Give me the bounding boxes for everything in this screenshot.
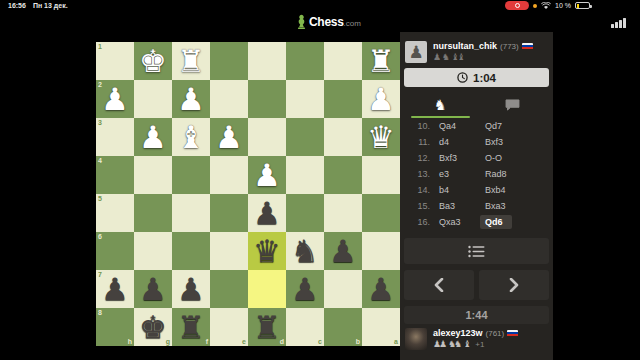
black-pawn-c7: ♟ bbox=[286, 270, 324, 308]
square-d7[interactable] bbox=[248, 270, 286, 308]
square-c8[interactable]: c bbox=[286, 308, 324, 346]
square-e5[interactable] bbox=[210, 194, 248, 232]
list-icon bbox=[468, 245, 485, 258]
knight-tab-icon: ♞ bbox=[434, 98, 447, 112]
move-number: 15. bbox=[404, 201, 430, 211]
white-pawn-d4: ♟ bbox=[248, 156, 286, 194]
square-g3[interactable]: ♟ bbox=[134, 118, 172, 156]
square-e6[interactable] bbox=[210, 232, 248, 270]
square-f1[interactable]: ♜ bbox=[172, 42, 210, 80]
opponent-rating: (773) bbox=[500, 42, 519, 51]
next-move-button[interactable] bbox=[479, 270, 549, 300]
square-a6[interactable] bbox=[362, 232, 400, 270]
white-move[interactable]: b4 bbox=[439, 185, 485, 195]
game-side-panel: ♟ nursultan_chik (773) ♟♞♝♝ 1:04 ♞ bbox=[400, 32, 553, 360]
white-move[interactable]: Qa4 bbox=[439, 121, 485, 131]
square-f4[interactable] bbox=[172, 156, 210, 194]
rank-label-4: 4 bbox=[98, 157, 102, 164]
white-pawn-a2: ♟ bbox=[362, 80, 400, 118]
move-list: 10.Qa4Qd711.d4Bxf312.Bxf3O-O13.e3Rad814.… bbox=[404, 118, 550, 230]
square-h4[interactable]: 4 bbox=[96, 156, 134, 194]
square-e7[interactable] bbox=[210, 270, 248, 308]
opponent-clock-time: 1:04 bbox=[473, 72, 496, 84]
white-move[interactable]: Qxa3 bbox=[439, 217, 485, 227]
move-number: 10. bbox=[404, 121, 430, 131]
move-number: 11. bbox=[404, 137, 430, 147]
square-b1[interactable] bbox=[324, 42, 362, 80]
move-number: 12. bbox=[404, 153, 430, 163]
white-pawn-g3: ♟ bbox=[134, 118, 172, 156]
square-a3[interactable]: ♛ bbox=[362, 118, 400, 156]
square-f7[interactable]: ♟ bbox=[172, 270, 210, 308]
rank-label-2: 2 bbox=[98, 81, 102, 88]
file-label-h: h bbox=[128, 338, 132, 345]
black-knight-c6: ♞ bbox=[286, 232, 324, 270]
white-move[interactable]: d4 bbox=[439, 137, 485, 147]
black-move[interactable]: Qd7 bbox=[485, 121, 502, 131]
player-avatar[interactable] bbox=[405, 328, 427, 350]
white-move[interactable]: e3 bbox=[439, 169, 485, 179]
move-row-14: 14.b4Bxb4 bbox=[404, 182, 550, 198]
file-label-b: b bbox=[356, 338, 360, 345]
opponent-captured-pieces: ♟♞♝♝ bbox=[433, 52, 533, 62]
white-king-g1: ♚ bbox=[134, 42, 172, 80]
square-f3[interactable]: ♝ bbox=[172, 118, 210, 156]
square-h2[interactable]: 2♟ bbox=[96, 80, 134, 118]
opponent-clock: 1:04 bbox=[404, 68, 549, 87]
opponent-avatar[interactable]: ♟ bbox=[405, 41, 427, 63]
captured-piece-group: ♟♟ bbox=[433, 339, 445, 349]
square-f8[interactable]: f♜ bbox=[172, 308, 210, 346]
square-b4[interactable] bbox=[324, 156, 362, 194]
player-rating: (761) bbox=[486, 329, 505, 338]
square-c3[interactable] bbox=[286, 118, 324, 156]
square-e8[interactable]: e bbox=[210, 308, 248, 346]
file-label-d: d bbox=[280, 338, 284, 345]
battery-icon bbox=[575, 2, 590, 9]
square-c7[interactable]: ♟ bbox=[286, 270, 324, 308]
square-e4[interactable] bbox=[210, 156, 248, 194]
move-row-12: 12.Bxf3O-O bbox=[404, 150, 550, 166]
captured-piece-group: ♞ bbox=[442, 52, 448, 62]
chevron-left-icon bbox=[434, 278, 444, 292]
captured-piece-group: ♟ bbox=[433, 52, 439, 62]
logo-text: Chess bbox=[309, 15, 344, 29]
signal-bars-icon bbox=[611, 18, 626, 28]
black-pawn-f7: ♟ bbox=[172, 270, 210, 308]
screen-recording-indicator[interactable] bbox=[505, 1, 529, 10]
app-header: Chess .com bbox=[0, 11, 640, 32]
square-b2[interactable] bbox=[324, 80, 362, 118]
black-pawn-d5: ♟ bbox=[248, 194, 286, 232]
square-h5[interactable]: 5 bbox=[96, 194, 134, 232]
square-h1[interactable]: 1 bbox=[96, 42, 134, 80]
panel-tabs: ♞ bbox=[404, 94, 549, 116]
move-row-16: 16.Qxa3Qd6 bbox=[404, 214, 550, 230]
square-d1[interactable] bbox=[248, 42, 286, 80]
square-c2[interactable] bbox=[286, 80, 324, 118]
file-label-e: e bbox=[242, 338, 246, 345]
chevron-right-icon bbox=[509, 278, 519, 292]
square-f2[interactable]: ♟ bbox=[172, 80, 210, 118]
battery-percent: 10 % bbox=[555, 2, 571, 9]
square-d5[interactable]: ♟ bbox=[248, 194, 286, 232]
captured-piece-group: ♝♝ bbox=[451, 52, 463, 62]
rank-label-7: 7 bbox=[98, 271, 102, 278]
square-c6[interactable]: ♞ bbox=[286, 232, 324, 270]
rank-label-8: 8 bbox=[98, 309, 102, 316]
white-rook-f1: ♜ bbox=[172, 42, 210, 80]
black-rook-f8: ♜ bbox=[172, 308, 210, 346]
file-label-a: a bbox=[394, 338, 398, 345]
square-a5[interactable] bbox=[362, 194, 400, 232]
square-c4[interactable] bbox=[286, 156, 324, 194]
square-e2[interactable] bbox=[210, 80, 248, 118]
black-move[interactable]: Bxa3 bbox=[485, 201, 506, 211]
square-c1[interactable] bbox=[286, 42, 324, 80]
status-bar: 16:56 Пн 13 дек. 10 % bbox=[0, 0, 640, 11]
square-f5[interactable] bbox=[172, 194, 210, 232]
file-label-f: f bbox=[206, 338, 208, 345]
black-move[interactable]: Rad8 bbox=[485, 169, 507, 179]
opponent-flag-russia bbox=[522, 43, 533, 50]
square-h6[interactable]: 6 bbox=[96, 232, 134, 270]
black-move[interactable]: O-O bbox=[485, 153, 502, 163]
previous-move-button[interactable] bbox=[404, 270, 474, 300]
mic-indicator-icon bbox=[533, 4, 537, 8]
rank-label-1: 1 bbox=[98, 43, 102, 50]
tab-moves[interactable]: ♞ bbox=[404, 94, 477, 116]
status-time: 16:56 bbox=[8, 2, 26, 9]
white-move[interactable]: Bxf3 bbox=[439, 153, 485, 163]
move-row-13: 13.e3Rad8 bbox=[404, 166, 550, 182]
square-b3[interactable] bbox=[324, 118, 362, 156]
black-pawn-g7: ♟ bbox=[134, 270, 172, 308]
square-a8[interactable]: a bbox=[362, 308, 400, 346]
square-b5[interactable] bbox=[324, 194, 362, 232]
material-advantage: +1 bbox=[475, 340, 484, 349]
captured-piece-group: ♝ bbox=[463, 339, 469, 349]
move-row-15: 15.Ba3Bxa3 bbox=[404, 198, 550, 214]
square-g4[interactable] bbox=[134, 156, 172, 194]
square-g1[interactable]: ♚ bbox=[134, 42, 172, 80]
move-number: 13. bbox=[404, 169, 430, 179]
white-move[interactable]: Ba3 bbox=[439, 201, 485, 211]
move-number: 16. bbox=[404, 217, 430, 227]
square-c5[interactable] bbox=[286, 194, 324, 232]
square-g2[interactable] bbox=[134, 80, 172, 118]
rank-label-3: 3 bbox=[98, 119, 102, 126]
square-f6[interactable] bbox=[172, 232, 210, 270]
square-h7[interactable]: 7♟ bbox=[96, 270, 134, 308]
player-flag-russia bbox=[507, 330, 518, 337]
square-d8[interactable]: d♜ bbox=[248, 308, 286, 346]
square-b7[interactable] bbox=[324, 270, 362, 308]
move-number: 14. bbox=[404, 185, 430, 195]
square-g6[interactable] bbox=[134, 232, 172, 270]
square-e1[interactable] bbox=[210, 42, 248, 80]
square-b6[interactable]: ♟ bbox=[324, 232, 362, 270]
square-b8[interactable]: b bbox=[324, 308, 362, 346]
black-move[interactable]: Bxf3 bbox=[485, 137, 503, 147]
wifi-icon bbox=[541, 2, 551, 10]
record-icon bbox=[515, 3, 520, 8]
captured-piece-group: ♞♞ bbox=[448, 339, 460, 349]
square-h3[interactable]: 3 bbox=[96, 118, 134, 156]
black-move[interactable]: Bxb4 bbox=[485, 185, 506, 195]
rank-label-5: 5 bbox=[98, 195, 102, 202]
black-move[interactable]: Qd6 bbox=[480, 215, 512, 229]
square-h8[interactable]: 8h bbox=[96, 308, 134, 346]
square-d3[interactable] bbox=[248, 118, 286, 156]
chat-icon bbox=[505, 99, 520, 111]
player-captured-pieces: ♟♟♞♞♝+1 bbox=[433, 339, 518, 349]
white-queen-a3: ♛ bbox=[362, 118, 400, 156]
opponent-name[interactable]: nursultan_chik bbox=[433, 41, 497, 51]
pawn-logo-icon bbox=[296, 14, 307, 29]
square-g7[interactable]: ♟ bbox=[134, 270, 172, 308]
black-pawn-a7: ♟ bbox=[362, 270, 400, 308]
clock-icon bbox=[457, 72, 468, 83]
white-pawn-f2: ♟ bbox=[172, 80, 210, 118]
status-date: Пн 13 дек. bbox=[33, 2, 68, 9]
square-a4[interactable] bbox=[362, 156, 400, 194]
logo-tld: .com bbox=[344, 19, 361, 28]
file-label-c: c bbox=[318, 338, 322, 345]
square-d6[interactable]: ♛ bbox=[248, 232, 286, 270]
file-label-g: g bbox=[166, 338, 170, 345]
opponent-player-info[interactable]: ♟ nursultan_chik (773) ♟♞♝♝ bbox=[405, 41, 533, 63]
player-clock: 1:44 bbox=[404, 306, 549, 324]
white-pawn-e3: ♟ bbox=[210, 118, 248, 156]
player-info[interactable]: alexey123w (761) ♟♟♞♞♝+1 bbox=[405, 328, 518, 350]
move-row-10: 10.Qa4Qd7 bbox=[404, 118, 550, 134]
square-g8[interactable]: g♚ bbox=[134, 308, 172, 346]
square-d4[interactable]: ♟ bbox=[248, 156, 286, 194]
black-queen-d6: ♛ bbox=[248, 232, 286, 270]
square-e3[interactable]: ♟ bbox=[210, 118, 248, 156]
moves-menu-button[interactable] bbox=[404, 238, 549, 264]
chess-board: 1♚♜♜2♟♟♟3♟♝♟♛4♟5♟6♛♞♟7♟♟♟♟♟8hg♚f♜ed♜cba bbox=[96, 42, 400, 346]
white-bishop-f3: ♝ bbox=[172, 118, 210, 156]
player-name[interactable]: alexey123w bbox=[433, 328, 483, 338]
square-a7[interactable]: ♟ bbox=[362, 270, 400, 308]
rank-label-6: 6 bbox=[98, 233, 102, 240]
chess-app-screen: 16:56 Пн 13 дек. 10 % Chess .com bbox=[0, 0, 640, 360]
square-d2[interactable] bbox=[248, 80, 286, 118]
white-rook-a1: ♜ bbox=[362, 42, 400, 80]
square-a1[interactable]: ♜ bbox=[362, 42, 400, 80]
square-a2[interactable]: ♟ bbox=[362, 80, 400, 118]
tab-chat[interactable] bbox=[477, 94, 550, 116]
square-g5[interactable] bbox=[134, 194, 172, 232]
black-pawn-b6: ♟ bbox=[324, 232, 362, 270]
player-clock-time: 1:44 bbox=[465, 309, 487, 321]
move-row-11: 11.d4Bxf3 bbox=[404, 134, 550, 150]
chesscom-logo: Chess .com bbox=[296, 14, 361, 29]
